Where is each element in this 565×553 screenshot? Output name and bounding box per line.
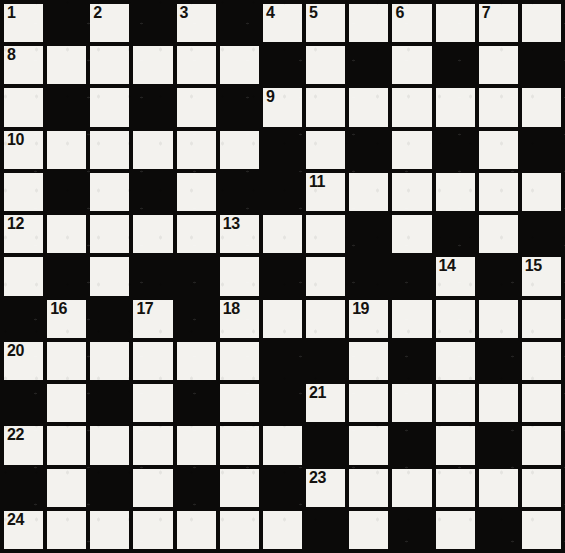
clue-number: 13 bbox=[223, 216, 240, 233]
clue-number: 14 bbox=[439, 258, 456, 275]
crossword-cell[interactable] bbox=[177, 88, 216, 126]
crossword-cell[interactable] bbox=[90, 46, 129, 84]
black-cell bbox=[392, 257, 431, 295]
clue-number: 3 bbox=[180, 5, 188, 22]
crossword-cell[interactable] bbox=[392, 384, 431, 422]
clue-number: 15 bbox=[525, 258, 542, 275]
clue-number: 20 bbox=[7, 343, 24, 360]
crossword-cell[interactable] bbox=[306, 300, 345, 338]
black-cell bbox=[263, 173, 302, 211]
black-cell bbox=[479, 257, 518, 295]
black-cell bbox=[263, 131, 302, 169]
crossword-cell[interactable] bbox=[220, 131, 259, 169]
crossword-cell[interactable]: 14 bbox=[436, 257, 475, 295]
crossword-cell[interactable] bbox=[177, 215, 216, 253]
black-cell bbox=[220, 173, 259, 211]
black-cell bbox=[263, 342, 302, 380]
crossword-cell[interactable] bbox=[133, 215, 172, 253]
crossword-cell[interactable] bbox=[4, 88, 43, 126]
black-cell bbox=[90, 384, 129, 422]
clue-number: 22 bbox=[7, 427, 24, 444]
black-cell bbox=[133, 88, 172, 126]
black-cell bbox=[479, 342, 518, 380]
crossword-cell[interactable] bbox=[133, 469, 172, 507]
crossword-cell[interactable] bbox=[177, 426, 216, 464]
crossword-cell[interactable] bbox=[479, 469, 518, 507]
clue-number: 6 bbox=[395, 5, 403, 22]
crossword-cell[interactable]: 20 bbox=[4, 342, 43, 380]
crossword-cell[interactable]: 12 bbox=[4, 215, 43, 253]
crossword-cell[interactable]: 21 bbox=[306, 384, 345, 422]
crossword-cell[interactable]: 3 bbox=[177, 4, 216, 42]
crossword-cell[interactable] bbox=[349, 173, 388, 211]
crossword-cell[interactable]: 22 bbox=[4, 426, 43, 464]
crossword-cell[interactable] bbox=[436, 173, 475, 211]
black-cell bbox=[349, 257, 388, 295]
black-cell bbox=[220, 88, 259, 126]
crossword-cell[interactable] bbox=[133, 131, 172, 169]
crossword-cell[interactable]: 2 bbox=[90, 4, 129, 42]
crossword-cell[interactable] bbox=[306, 46, 345, 84]
black-cell bbox=[436, 215, 475, 253]
crossword-cell[interactable] bbox=[436, 511, 475, 549]
clue-number: 12 bbox=[7, 216, 24, 233]
black-cell bbox=[263, 469, 302, 507]
crossword-cell[interactable] bbox=[177, 511, 216, 549]
black-cell bbox=[47, 4, 86, 42]
black-cell bbox=[133, 173, 172, 211]
crossword-cell[interactable] bbox=[90, 173, 129, 211]
black-cell bbox=[4, 300, 43, 338]
clue-number: 21 bbox=[309, 385, 326, 402]
black-cell bbox=[90, 300, 129, 338]
crossword-cell[interactable] bbox=[306, 131, 345, 169]
crossword-cell[interactable]: 13 bbox=[220, 215, 259, 253]
crossword-cell[interactable] bbox=[479, 131, 518, 169]
crossword-cell[interactable] bbox=[177, 342, 216, 380]
clue-number: 10 bbox=[7, 132, 24, 149]
crossword-cell[interactable]: 7 bbox=[479, 4, 518, 42]
crossword-cell[interactable]: 8 bbox=[4, 46, 43, 84]
crossword-cell[interactable] bbox=[306, 257, 345, 295]
crossword-cell[interactable]: 15 bbox=[522, 257, 561, 295]
crossword-cell[interactable] bbox=[263, 215, 302, 253]
black-cell bbox=[436, 131, 475, 169]
black-cell bbox=[349, 131, 388, 169]
clue-number: 19 bbox=[352, 301, 369, 318]
black-cell bbox=[392, 426, 431, 464]
crossword-cell[interactable] bbox=[47, 384, 86, 422]
clue-number: 24 bbox=[7, 512, 24, 529]
crossword-cell[interactable] bbox=[47, 469, 86, 507]
crossword-cell[interactable] bbox=[4, 173, 43, 211]
crossword-cell[interactable] bbox=[133, 342, 172, 380]
crossword-cell[interactable]: 6 bbox=[392, 4, 431, 42]
crossword-cell[interactable] bbox=[306, 215, 345, 253]
black-cell bbox=[349, 46, 388, 84]
crossword-cell[interactable] bbox=[479, 215, 518, 253]
crossword-cell[interactable] bbox=[436, 384, 475, 422]
crossword-cell[interactable] bbox=[436, 4, 475, 42]
crossword-cell[interactable] bbox=[392, 215, 431, 253]
crossword-cell[interactable] bbox=[479, 300, 518, 338]
crossword-cell[interactable] bbox=[90, 215, 129, 253]
black-cell bbox=[522, 46, 561, 84]
crossword-cell[interactable] bbox=[177, 46, 216, 84]
black-cell bbox=[436, 46, 475, 84]
black-cell bbox=[306, 511, 345, 549]
crossword-cell[interactable] bbox=[90, 426, 129, 464]
crossword-cell[interactable] bbox=[522, 173, 561, 211]
crossword-cell[interactable] bbox=[522, 342, 561, 380]
crossword-cell[interactable]: 24 bbox=[4, 511, 43, 549]
black-cell bbox=[90, 469, 129, 507]
crossword-cell[interactable] bbox=[220, 511, 259, 549]
crossword-cell[interactable] bbox=[133, 384, 172, 422]
crossword-cell[interactable] bbox=[392, 131, 431, 169]
crossword-cell[interactable]: 4 bbox=[263, 4, 302, 42]
crossword-cell[interactable] bbox=[349, 342, 388, 380]
clue-number: 16 bbox=[50, 301, 67, 318]
clue-number: 8 bbox=[7, 47, 15, 64]
crossword-cell[interactable] bbox=[90, 88, 129, 126]
crossword-cell[interactable] bbox=[220, 426, 259, 464]
crossword-cell[interactable]: 17 bbox=[133, 300, 172, 338]
crossword-cell[interactable] bbox=[263, 426, 302, 464]
crossword-cell[interactable] bbox=[479, 384, 518, 422]
clue-number: 4 bbox=[266, 5, 274, 22]
crossword-cell[interactable] bbox=[522, 300, 561, 338]
crossword-cell[interactable] bbox=[392, 300, 431, 338]
black-cell bbox=[522, 131, 561, 169]
clue-number: 5 bbox=[309, 5, 317, 22]
crossword-cell[interactable] bbox=[349, 384, 388, 422]
black-cell bbox=[177, 257, 216, 295]
black-cell bbox=[4, 469, 43, 507]
black-cell bbox=[349, 215, 388, 253]
crossword-cell[interactable] bbox=[349, 88, 388, 126]
black-cell bbox=[263, 257, 302, 295]
crossword-cell[interactable] bbox=[436, 469, 475, 507]
clue-number: 18 bbox=[223, 301, 240, 318]
crossword-cell[interactable] bbox=[47, 215, 86, 253]
crossword-cell[interactable]: 18 bbox=[220, 300, 259, 338]
crossword-cell[interactable]: 10 bbox=[4, 131, 43, 169]
crossword-cell[interactable]: 23 bbox=[306, 469, 345, 507]
crossword-cell[interactable] bbox=[220, 46, 259, 84]
crossword-cell[interactable] bbox=[522, 384, 561, 422]
crossword-cell[interactable] bbox=[220, 342, 259, 380]
crossword-cell[interactable] bbox=[479, 46, 518, 84]
clue-number: 7 bbox=[482, 5, 490, 22]
crossword-cell[interactable] bbox=[349, 469, 388, 507]
crossword-cell[interactable] bbox=[479, 173, 518, 211]
crossword-cell[interactable] bbox=[47, 131, 86, 169]
crossword-cell[interactable] bbox=[436, 342, 475, 380]
black-cell bbox=[522, 215, 561, 253]
crossword-cell[interactable]: 11 bbox=[306, 173, 345, 211]
crossword-cell[interactable] bbox=[436, 300, 475, 338]
crossword-cell[interactable]: 5 bbox=[306, 4, 345, 42]
crossword-cell[interactable] bbox=[436, 426, 475, 464]
crossword-cell[interactable] bbox=[392, 173, 431, 211]
crossword-cell[interactable] bbox=[47, 46, 86, 84]
crossword-cell[interactable] bbox=[522, 511, 561, 549]
crossword-cell[interactable] bbox=[133, 426, 172, 464]
crossword-cell[interactable] bbox=[177, 131, 216, 169]
black-cell bbox=[263, 384, 302, 422]
clue-number: 1 bbox=[7, 5, 15, 22]
crossword-cell[interactable] bbox=[220, 469, 259, 507]
black-cell bbox=[133, 257, 172, 295]
black-cell bbox=[177, 384, 216, 422]
crossword-cell[interactable] bbox=[90, 511, 129, 549]
black-cell bbox=[177, 469, 216, 507]
crossword-board: 123456789101112131415161718192021222324 bbox=[0, 0, 565, 553]
clue-number: 2 bbox=[93, 5, 101, 22]
crossword-cell[interactable] bbox=[522, 426, 561, 464]
crossword-cell[interactable] bbox=[263, 511, 302, 549]
crossword-cell[interactable] bbox=[522, 469, 561, 507]
crossword-cell[interactable]: 19 bbox=[349, 300, 388, 338]
crossword-cell[interactable] bbox=[479, 88, 518, 126]
crossword-cell[interactable] bbox=[90, 342, 129, 380]
crossword-cell[interactable] bbox=[436, 88, 475, 126]
clue-number: 9 bbox=[266, 89, 274, 106]
black-cell bbox=[133, 4, 172, 42]
black-cell bbox=[4, 384, 43, 422]
crossword-cell[interactable] bbox=[47, 426, 86, 464]
black-cell bbox=[306, 342, 345, 380]
crossword-cell[interactable] bbox=[349, 426, 388, 464]
crossword-cell[interactable] bbox=[90, 131, 129, 169]
crossword-cell[interactable] bbox=[133, 46, 172, 84]
crossword-cell[interactable] bbox=[47, 342, 86, 380]
crossword-cell[interactable] bbox=[392, 469, 431, 507]
clue-number: 17 bbox=[136, 301, 153, 318]
crossword-cell[interactable] bbox=[522, 88, 561, 126]
black-cell bbox=[479, 511, 518, 549]
black-cell bbox=[392, 342, 431, 380]
crossword-cell[interactable] bbox=[522, 4, 561, 42]
crossword-cell[interactable] bbox=[392, 46, 431, 84]
crossword-page: 123456789101112131415161718192021222324 bbox=[0, 0, 565, 553]
crossword-cell[interactable] bbox=[392, 88, 431, 126]
crossword-cell[interactable] bbox=[4, 257, 43, 295]
crossword-cell[interactable] bbox=[349, 4, 388, 42]
crossword-cell[interactable] bbox=[220, 384, 259, 422]
crossword-cell[interactable] bbox=[263, 300, 302, 338]
crossword-cell[interactable] bbox=[220, 257, 259, 295]
crossword-cell[interactable]: 1 bbox=[4, 4, 43, 42]
black-cell bbox=[47, 257, 86, 295]
black-cell bbox=[47, 173, 86, 211]
crossword-cell[interactable]: 9 bbox=[263, 88, 302, 126]
black-cell bbox=[392, 511, 431, 549]
black-cell bbox=[263, 46, 302, 84]
black-cell bbox=[177, 300, 216, 338]
crossword-cell[interactable] bbox=[47, 511, 86, 549]
black-cell bbox=[306, 426, 345, 464]
black-cell bbox=[47, 88, 86, 126]
black-cell bbox=[220, 4, 259, 42]
clue-number: 23 bbox=[309, 470, 326, 487]
black-cell bbox=[479, 426, 518, 464]
crossword-cell[interactable] bbox=[177, 173, 216, 211]
crossword-cell[interactable] bbox=[133, 511, 172, 549]
crossword-cell[interactable]: 16 bbox=[47, 300, 86, 338]
crossword-cell[interactable] bbox=[349, 511, 388, 549]
crossword-cell[interactable] bbox=[90, 257, 129, 295]
crossword-cell[interactable] bbox=[306, 88, 345, 126]
clue-number: 11 bbox=[309, 174, 325, 191]
